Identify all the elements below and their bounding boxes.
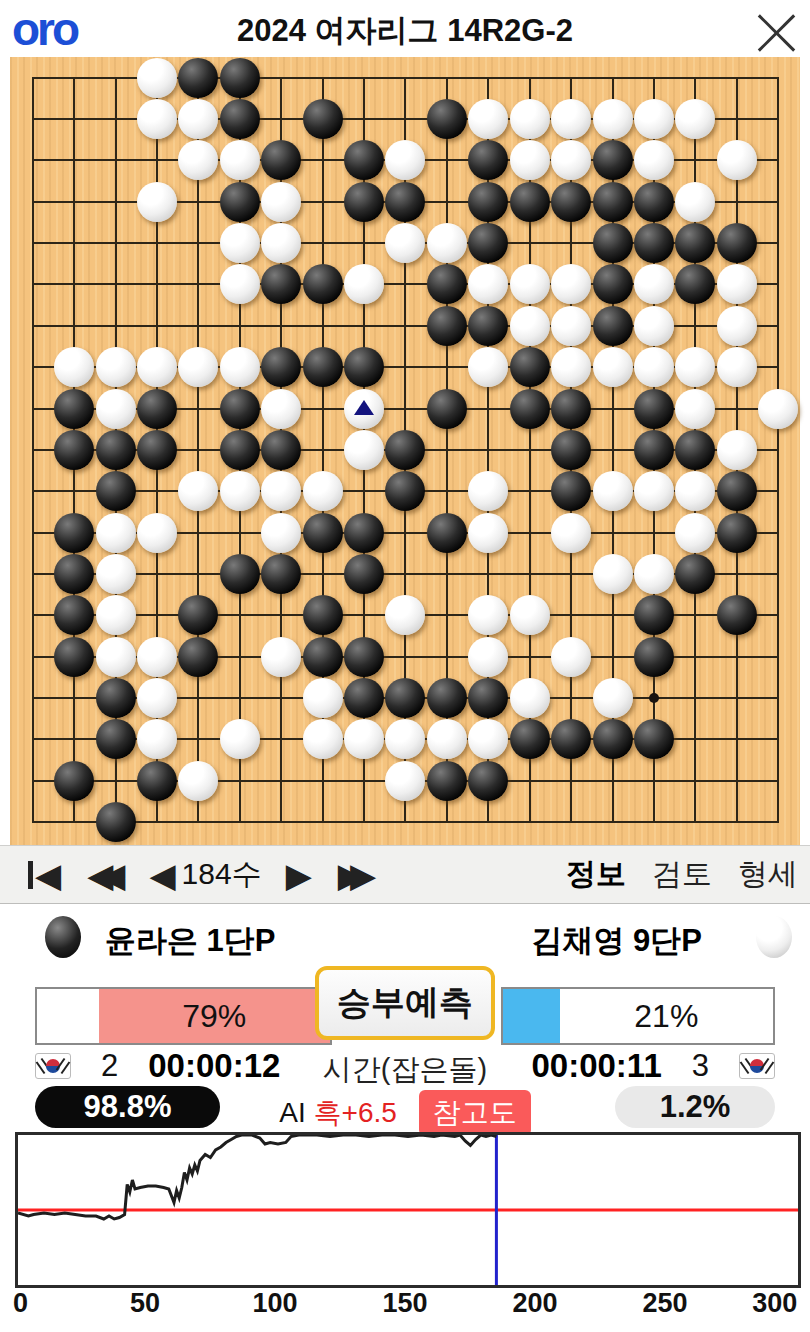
forward-button[interactable]: ▶ [286, 858, 312, 892]
white-captures: 3 [692, 1048, 709, 1084]
black-stone [303, 264, 343, 304]
fast-back-icon: ◀◀ [87, 858, 125, 892]
white-stone [220, 140, 260, 180]
black-stone [468, 182, 508, 222]
black-stone [551, 389, 591, 429]
white-stone [96, 513, 136, 553]
black-stone [96, 678, 136, 718]
black-stone [468, 306, 508, 346]
black-stone [344, 554, 384, 594]
white-stone [593, 347, 633, 387]
white-stone [510, 306, 550, 346]
white-stone [261, 637, 301, 677]
black-stone [220, 430, 260, 470]
forward-icon: ▶ [286, 858, 312, 892]
white-stone [178, 347, 218, 387]
white-stone [634, 264, 674, 304]
black-stone [96, 471, 136, 511]
black-stone [717, 513, 757, 553]
black-stone [178, 637, 218, 677]
black-winprob-label: 79% [99, 998, 330, 1035]
fast-back-button[interactable]: ◀◀ [87, 858, 125, 892]
tab-review[interactable]: 검토 [652, 854, 712, 895]
black-stone [385, 430, 425, 470]
black-stone [261, 264, 301, 304]
white-stone [137, 678, 177, 718]
black-stone [137, 430, 177, 470]
black-stone [593, 223, 633, 263]
white-stone [551, 637, 591, 677]
white-stone [634, 347, 674, 387]
white-player-name: 김채영 9단P [531, 920, 702, 962]
black-stone [468, 140, 508, 180]
white-stone [137, 637, 177, 677]
black-stone [220, 554, 260, 594]
black-winprob-bar: 79% [35, 987, 332, 1045]
white-stone [178, 471, 218, 511]
white-stone [303, 471, 343, 511]
go-board[interactable] [10, 57, 800, 845]
white-stone [261, 513, 301, 553]
white-stone [510, 595, 550, 635]
last-move-marker-icon [354, 400, 374, 415]
white-stone [261, 182, 301, 222]
black-stone [675, 430, 715, 470]
white-stone [551, 306, 591, 346]
white-stone [178, 761, 218, 801]
white-stone [220, 719, 260, 759]
black-stone [675, 223, 715, 263]
black-stone [510, 719, 550, 759]
white-stone [137, 719, 177, 759]
white-stone [593, 554, 633, 594]
black-stone [468, 761, 508, 801]
black-stone [261, 430, 301, 470]
white-stone [220, 347, 260, 387]
white-stone [675, 389, 715, 429]
black-stone [634, 719, 674, 759]
black-stone [510, 182, 550, 222]
x-tick-label: 0 [13, 1288, 28, 1319]
black-stone [54, 637, 94, 677]
black-stone [427, 306, 467, 346]
black-stone [54, 430, 94, 470]
white-stone [96, 595, 136, 635]
white-stone [510, 140, 550, 180]
x-tick-label: 50 [130, 1288, 160, 1319]
black-stone [427, 99, 467, 139]
winrate-graph-xaxis: 050100150200250300 [15, 1288, 801, 1318]
black-stone [54, 513, 94, 553]
black-stone [220, 182, 260, 222]
white-stone [468, 264, 508, 304]
white-stone [344, 719, 384, 759]
white-stone-icon [756, 916, 792, 958]
white-stone [717, 430, 757, 470]
black-stone [303, 637, 343, 677]
black-stone [303, 513, 343, 553]
white-stone [758, 389, 798, 429]
tab-territory[interactable]: 형세 [738, 854, 798, 895]
black-stone [427, 761, 467, 801]
white-stone [385, 140, 425, 180]
white-stone [303, 678, 343, 718]
white-winprob-fill [503, 989, 560, 1043]
white-stone [261, 471, 301, 511]
star-point [649, 693, 659, 703]
white-clock: 00:00:11 [531, 1047, 661, 1085]
white-stone [96, 554, 136, 594]
move-counter: 184수 [182, 854, 262, 895]
white-stone [137, 347, 177, 387]
x-tick-label: 150 [382, 1288, 427, 1319]
black-stone [634, 389, 674, 429]
black-stone [178, 595, 218, 635]
white-stone [178, 99, 218, 139]
page-title: 2024 여자리그 14R2G-2 [0, 10, 810, 52]
white-stone [220, 471, 260, 511]
black-stone [261, 554, 301, 594]
white-stone [634, 471, 674, 511]
black-stone [634, 637, 674, 677]
winrate-plot [18, 1135, 798, 1285]
white-stone [261, 223, 301, 263]
black-stone [717, 595, 757, 635]
fast-forward-button[interactable]: ▶▶ [338, 858, 376, 892]
white-stone [468, 719, 508, 759]
white-stone [551, 347, 591, 387]
white-stone [137, 182, 177, 222]
black-stone [468, 678, 508, 718]
to-start-button[interactable]: ◀ [28, 858, 61, 892]
to-start-icon [28, 861, 33, 889]
white-winprob-bar: 21% [501, 987, 775, 1045]
white-stone [220, 223, 260, 263]
black-stone [303, 347, 343, 387]
black-stone [427, 513, 467, 553]
white-stone [717, 264, 757, 304]
white-stone [593, 678, 633, 718]
x-tick-label: 200 [512, 1288, 557, 1319]
black-stone [385, 678, 425, 718]
white-stone [344, 430, 384, 470]
white-stone [634, 306, 674, 346]
black-stone [551, 719, 591, 759]
black-stone [137, 761, 177, 801]
black-stone [510, 389, 550, 429]
ai-label: AI [279, 1097, 305, 1128]
white-stone [344, 264, 384, 304]
white-stone [717, 140, 757, 180]
white-ai-winrate-pill: 1.2% [615, 1086, 775, 1128]
black-stone [344, 513, 384, 553]
white-stone [54, 347, 94, 387]
white-stone [468, 471, 508, 511]
white-stone [510, 99, 550, 139]
black-stone [261, 347, 301, 387]
black-stone [593, 719, 633, 759]
black-stone [261, 140, 301, 180]
black-stone [96, 430, 136, 470]
white-stone [634, 99, 674, 139]
header: oro 2024 여자리그 14R2G-2 [0, 0, 810, 57]
black-stone [675, 554, 715, 594]
white-stone [634, 554, 674, 594]
white-stone [675, 513, 715, 553]
white-stone [96, 389, 136, 429]
winrate-graph[interactable] [15, 1132, 801, 1288]
black-stone [634, 430, 674, 470]
black-stone [510, 347, 550, 387]
white-stone [427, 719, 467, 759]
black-stone [96, 719, 136, 759]
white-stone [96, 637, 136, 677]
white-stone [593, 471, 633, 511]
white-stone [385, 719, 425, 759]
black-stone [344, 637, 384, 677]
black-stone [675, 264, 715, 304]
black-stone [468, 223, 508, 263]
black-stone [344, 347, 384, 387]
white-stone [634, 140, 674, 180]
ai-score: 흑+6.5 [314, 1097, 397, 1128]
white-stone [137, 99, 177, 139]
white-stone [551, 140, 591, 180]
black-stone [344, 678, 384, 718]
white-winprob-label: 21% [560, 998, 773, 1035]
white-stone [468, 347, 508, 387]
grid-line [777, 77, 779, 823]
move-navigation-bar: ◀ ◀◀ ◀ 184수 ▶ ▶▶ 정보 검토 형세 [0, 845, 810, 904]
white-stone [261, 389, 301, 429]
white-stone [593, 99, 633, 139]
back-icon: ◀ [149, 858, 175, 892]
white-stone [303, 719, 343, 759]
white-stone [137, 58, 177, 98]
korea-flag-icon [739, 1053, 775, 1079]
black-stone [385, 471, 425, 511]
black-stone [54, 761, 94, 801]
black-stone-icon [45, 916, 81, 958]
black-stone [385, 182, 425, 222]
black-stone [551, 471, 591, 511]
black-stone [593, 306, 633, 346]
white-stone [551, 513, 591, 553]
black-stone [54, 389, 94, 429]
white-stone [427, 223, 467, 263]
reference-diagram-button[interactable]: 참고도 [419, 1090, 531, 1136]
black-stone [427, 389, 467, 429]
black-stone [54, 595, 94, 635]
black-stone [551, 430, 591, 470]
x-tick-label: 300 [752, 1288, 797, 1319]
tab-info[interactable]: 정보 [566, 854, 626, 895]
black-stone [303, 595, 343, 635]
white-stone [220, 264, 260, 304]
black-stone [96, 802, 136, 842]
winrate-series [18, 1135, 496, 1219]
white-stone [510, 678, 550, 718]
black-stone [344, 140, 384, 180]
white-stone [717, 347, 757, 387]
black-stone [593, 182, 633, 222]
black-stone [593, 264, 633, 304]
black-stone [427, 264, 467, 304]
white-stone [510, 264, 550, 304]
white-stone [96, 347, 136, 387]
x-tick-label: 250 [642, 1288, 687, 1319]
black-stone [593, 140, 633, 180]
white-stone [137, 513, 177, 553]
black-stone [303, 99, 343, 139]
white-stone [468, 99, 508, 139]
black-stone [551, 182, 591, 222]
black-stone [634, 182, 674, 222]
white-stone [385, 761, 425, 801]
white-stone [675, 99, 715, 139]
white-stone [551, 99, 591, 139]
white-stone [468, 595, 508, 635]
black-stone [634, 595, 674, 635]
close-icon[interactable] [756, 8, 796, 48]
white-stone [385, 223, 425, 263]
black-stone [137, 389, 177, 429]
white-stone [675, 347, 715, 387]
white-stats: 00:00:11 3 [531, 1046, 775, 1086]
white-stone [675, 182, 715, 222]
black-stone [634, 223, 674, 263]
white-stone [551, 264, 591, 304]
black-player-name: 윤라은 1단P [105, 920, 276, 962]
black-stone [717, 471, 757, 511]
fast-forward-icon: ▶▶ [338, 858, 376, 892]
black-winprob-fill: 79% [99, 989, 330, 1043]
white-stone [178, 140, 218, 180]
black-stone [220, 389, 260, 429]
black-stone [54, 554, 94, 594]
black-stone [717, 223, 757, 263]
black-stone [178, 58, 218, 98]
grid-line [32, 821, 780, 823]
white-stone [675, 471, 715, 511]
white-stone [468, 513, 508, 553]
x-tick-label: 100 [252, 1288, 297, 1319]
black-stone [220, 99, 260, 139]
tab-bar: 정보 검토 형세 [566, 846, 798, 903]
black-stone [220, 58, 260, 98]
back-button[interactable]: ◀ [149, 858, 175, 892]
black-stone [344, 182, 384, 222]
white-stone [385, 595, 425, 635]
go-review-app: { "app": {"logo": "oro", "title": "2024 … [0, 0, 810, 1332]
predict-button[interactable]: 승부예측 [315, 966, 495, 1040]
black-stone [427, 678, 467, 718]
white-stone [468, 637, 508, 677]
white-stone [717, 306, 757, 346]
